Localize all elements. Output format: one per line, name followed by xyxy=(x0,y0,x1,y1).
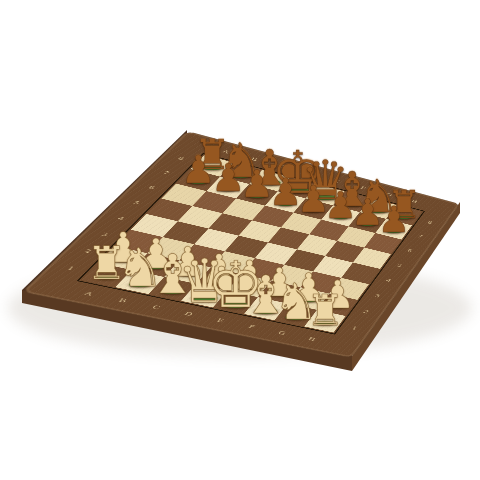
rank-label-right-4: 4 xyxy=(385,277,392,282)
chess-set-photo: AA88BB77CC66DD55EE44FF33GG22HH11 ♜♞♟♝♟♚♟… xyxy=(0,0,480,480)
rank-label-left-1: 1 xyxy=(66,264,76,270)
rank-label-left-4: 4 xyxy=(117,215,126,221)
rank-label-left-7: 7 xyxy=(163,170,172,175)
file-label-near-h: H xyxy=(307,336,317,342)
rank-label-right-7: 7 xyxy=(417,233,424,238)
rank-label-right-5: 5 xyxy=(396,262,403,267)
rank-label-right-3: 3 xyxy=(374,293,381,298)
rank-label-right-8: 8 xyxy=(427,219,433,224)
rank-label-right-1: 1 xyxy=(351,325,359,331)
file-label-near-a: A xyxy=(83,290,95,297)
rank-label-right-2: 2 xyxy=(363,308,370,314)
rank-label-right-6: 6 xyxy=(407,248,414,253)
piece-black-pawn-h7[interactable]: ♟ xyxy=(378,202,410,238)
rank-label-left-5: 5 xyxy=(133,199,142,205)
piece-white-rook-h1[interactable]: ♜ xyxy=(306,290,344,332)
rank-label-left-6: 6 xyxy=(148,184,157,189)
